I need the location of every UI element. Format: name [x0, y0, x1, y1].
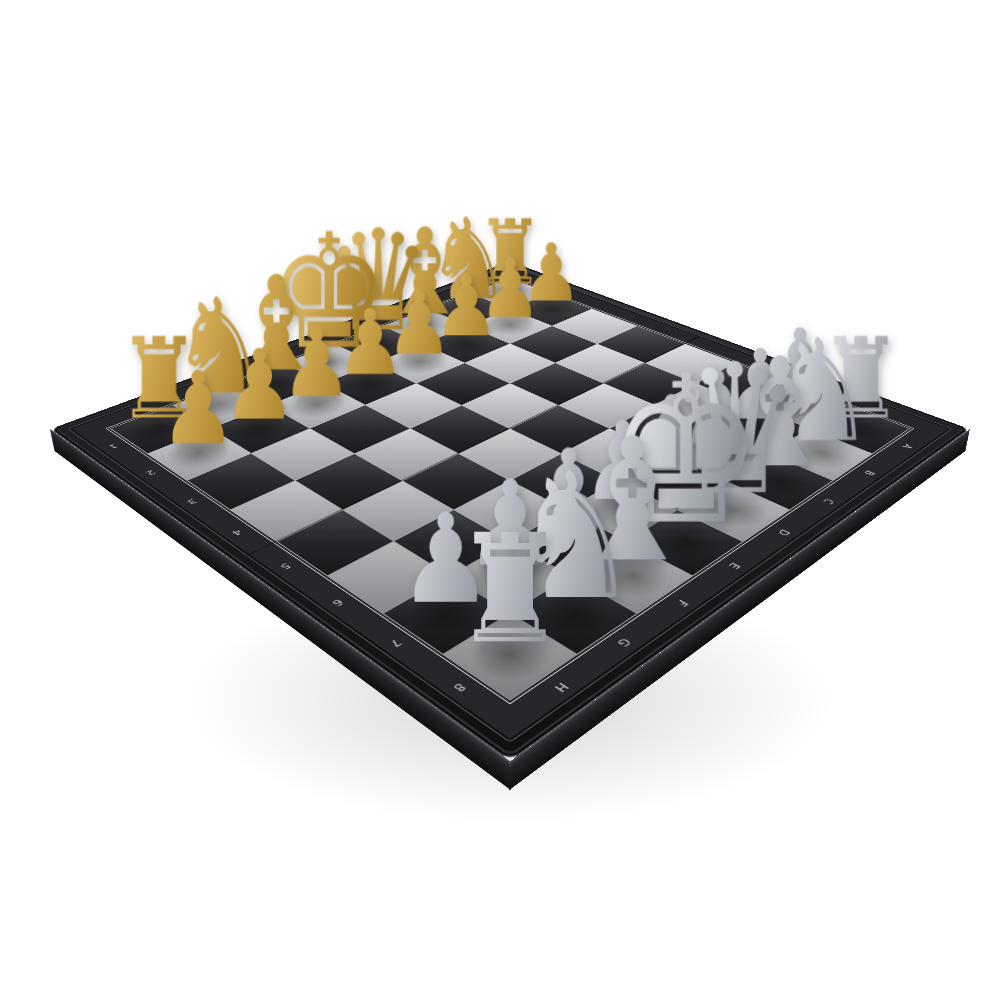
- gold-pawn-glyph: ♟: [101, 358, 295, 459]
- chess-set-photo-scene: 12345678 ABCDEFGH ♜♟♞♟♝♟♛♟♚♟♝♟♟♞♜♟♟♜♞♟♟♝…: [0, 0, 1000, 1000]
- silver-rook-glyph: ♜: [385, 514, 635, 664]
